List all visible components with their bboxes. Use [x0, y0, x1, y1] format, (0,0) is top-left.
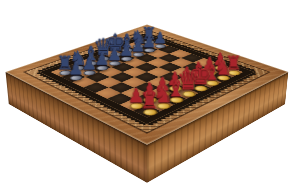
board-scene: ♜♞♝♛♚♝♞♜♟♟♟♟♟♟♟♟♟♟♟♟♟♟♟♟♜♞♝♛♚♝♞♜	[0, 0, 290, 186]
piece-red-rook-a1[interactable]: ♜	[134, 90, 164, 112]
chess-board-box: ♜♞♝♛♚♝♞♜♟♟♟♟♟♟♟♟♟♟♟♟♟♟♟♟♜♞♝♛♚♝♞♜	[6, 24, 289, 144]
playfield: ♜♞♝♛♚♝♞♜♟♟♟♟♟♟♟♟♟♟♟♟♟♟♟♟♜♞♝♛♚♝♞♜	[51, 38, 243, 118]
piece-blue-pawn-a7[interactable]: ♟	[62, 60, 89, 77]
product-photo-canvas: ♜♞♝♛♚♝♞♜♟♟♟♟♟♟♟♟♟♟♟♟♟♟♟♟♜♞♝♛♚♝♞♜	[0, 0, 290, 186]
